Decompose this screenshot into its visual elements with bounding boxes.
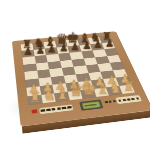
square-a7[interactable]: ♟ [21, 50, 34, 58]
piece-white-knight-g1[interactable]: ♞ [109, 81, 121, 95]
function-key-2[interactable] [109, 100, 112, 102]
square-e7[interactable]: ♟ [68, 45, 81, 53]
red-power-key[interactable] [31, 109, 37, 113]
lcd-bezel [79, 99, 103, 110]
square-c1[interactable]: ♝ [54, 92, 69, 102]
piece-white-king-e1[interactable]: ♚ [81, 80, 96, 97]
piece-black-pawn-a7[interactable]: ♟ [24, 46, 33, 56]
piece-symbol-key-3[interactable] [51, 108, 56, 111]
piece-symbol-key-2[interactable] [46, 108, 50, 111]
piece-symbol-key-strip [39, 104, 73, 114]
square-b7[interactable]: ♟ [33, 49, 46, 57]
square-f7[interactable]: ♟ [79, 44, 93, 52]
function-panel-key-5[interactable] [136, 97, 140, 99]
piece-white-bishop-f1[interactable]: ♝ [96, 81, 110, 96]
piece-white-rook-a1[interactable]: ♜ [29, 91, 41, 104]
piece-black-pawn-d7[interactable]: ♟ [59, 43, 68, 53]
square-c7[interactable]: ♟ [45, 47, 58, 55]
square-g7[interactable]: ♟ [90, 43, 104, 50]
piece-white-knight-b1[interactable]: ♞ [43, 88, 56, 102]
function-key-1[interactable] [105, 101, 108, 103]
chess-computer: ♜♞♝♛♚♝♞♜♟♟♟♟♟♟♟♟♟♟♟♟♟♟♟♟♜♞♝♛♚♝♞♜ [12, 31, 150, 126]
piece-black-pawn-c7[interactable]: ♟ [47, 44, 56, 54]
piece-symbol-key-1[interactable] [41, 109, 45, 112]
function-key-panel [115, 95, 142, 104]
square-c5[interactable] [48, 61, 62, 69]
piece-symbol-key-5[interactable] [62, 106, 67, 109]
piece-symbol-key-4[interactable] [57, 107, 62, 110]
square-d7[interactable]: ♟ [56, 46, 69, 54]
piece-white-rook-h1[interactable]: ♜ [123, 80, 134, 93]
piece-symbol-key-6[interactable] [67, 106, 72, 109]
square-b1[interactable]: ♞ [41, 93, 56, 103]
piece-black-pawn-b7[interactable]: ♟ [35, 45, 44, 55]
function-panel-key-3[interactable] [127, 98, 130, 100]
function-panel-key-2[interactable] [122, 99, 125, 101]
piece-black-pawn-h7[interactable]: ♟ [105, 38, 114, 48]
piece-white-bishop-c1[interactable]: ♝ [56, 85, 70, 100]
function-panel-key-4[interactable] [131, 98, 135, 100]
piece-black-pawn-e7[interactable]: ♟ [71, 42, 80, 52]
square-e5[interactable] [71, 58, 85, 66]
square-a1[interactable]: ♜ [27, 95, 42, 105]
chess-board: ♜♞♝♛♚♝♞♜♟♟♟♟♟♟♟♟♟♟♟♟♟♟♟♟♜♞♝♛♚♝♞♜ [21, 36, 135, 105]
square-a5[interactable] [23, 63, 36, 72]
square-d1[interactable]: ♛ [67, 90, 83, 100]
lcd-screen [82, 101, 101, 109]
square-g4[interactable] [97, 63, 112, 72]
function-panel-key-1[interactable] [118, 100, 121, 102]
piece-white-queen-d1[interactable]: ♛ [69, 83, 84, 99]
product-photo-scene: ♜♞♝♛♚♝♞♜♟♟♟♟♟♟♟♟♟♟♟♟♟♟♟♟♜♞♝♛♚♝♞♜ [0, 0, 150, 150]
piece-black-pawn-f7[interactable]: ♟ [82, 41, 91, 51]
piece-black-pawn-g7[interactable]: ♟ [93, 39, 102, 49]
square-h7[interactable]: ♟ [101, 42, 115, 49]
